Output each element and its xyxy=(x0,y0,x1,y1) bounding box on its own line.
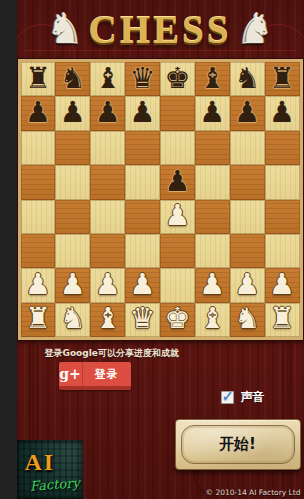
square-g2[interactable]: ♟ xyxy=(230,268,265,302)
square-b4[interactable] xyxy=(55,200,90,234)
checkmark-icon: ✓ xyxy=(222,387,235,405)
square-f5[interactable] xyxy=(195,165,230,199)
square-e1[interactable]: ♚ xyxy=(160,303,195,337)
square-g3[interactable] xyxy=(230,234,265,268)
black-king: ♚ xyxy=(164,64,190,93)
white-bishop: ♝ xyxy=(199,304,225,333)
google-plus-icon: g+ xyxy=(59,362,83,386)
sound-checkbox[interactable]: ✓ xyxy=(221,391,234,404)
white-pawn: ♟ xyxy=(269,270,295,299)
white-king: ♚ xyxy=(164,304,190,333)
square-f1[interactable]: ♝ xyxy=(195,303,230,337)
square-g6[interactable] xyxy=(230,131,265,165)
square-a1[interactable]: ♜ xyxy=(21,303,56,337)
square-h1[interactable]: ♜ xyxy=(265,303,300,337)
square-d7[interactable]: ♟ xyxy=(125,96,160,130)
white-bishop: ♝ xyxy=(95,304,121,333)
white-pawn: ♟ xyxy=(60,270,86,299)
white-pawn: ♟ xyxy=(130,270,156,299)
square-h4[interactable] xyxy=(265,200,300,234)
app-screen: ♞ CHESS ♞ ♜♞♝♛♚♝♞♜♟♟♟♟♟♟♟♟♟♟♟♟♟♟♟♟♜♞♝♛♚♝… xyxy=(17,0,304,499)
app-title: CHESS xyxy=(89,7,232,52)
square-g7[interactable]: ♟ xyxy=(230,96,265,130)
white-pawn: ♟ xyxy=(25,270,51,299)
square-c4[interactable] xyxy=(90,200,125,234)
square-c7[interactable]: ♟ xyxy=(90,96,125,130)
black-pawn: ♟ xyxy=(60,98,86,127)
square-h3[interactable] xyxy=(265,234,300,268)
white-pawn: ♟ xyxy=(199,270,225,299)
board-frame: ♜♞♝♛♚♝♞♜♟♟♟♟♟♟♟♟♟♟♟♟♟♟♟♟♜♞♝♛♚♝♞♜ xyxy=(17,58,304,341)
copyright-text: © 2010-14 AI Factory Ltd xyxy=(206,488,301,497)
square-h2[interactable]: ♟ xyxy=(265,268,300,302)
square-h5[interactable] xyxy=(265,165,300,199)
sound-label: 声音 xyxy=(241,389,265,406)
square-g5[interactable] xyxy=(230,165,265,199)
black-knight: ♞ xyxy=(234,64,260,93)
black-knight: ♞ xyxy=(60,64,86,93)
header: ♞ CHESS ♞ xyxy=(17,0,304,58)
square-b3[interactable] xyxy=(55,234,90,268)
square-e8[interactable]: ♚ xyxy=(160,62,195,96)
black-bishop: ♝ xyxy=(95,64,121,93)
square-f7[interactable]: ♟ xyxy=(195,96,230,130)
square-c3[interactable] xyxy=(90,234,125,268)
square-f4[interactable] xyxy=(195,200,230,234)
ai-factory-logo: AI Factory xyxy=(17,440,83,499)
square-b6[interactable] xyxy=(55,131,90,165)
square-d5[interactable] xyxy=(125,165,160,199)
square-c2[interactable]: ♟ xyxy=(90,268,125,302)
square-g8[interactable]: ♞ xyxy=(230,62,265,96)
square-d3[interactable] xyxy=(125,234,160,268)
white-knight: ♞ xyxy=(234,304,260,333)
white-rook: ♜ xyxy=(25,304,51,333)
board: ♜♞♝♛♚♝♞♜♟♟♟♟♟♟♟♟♟♟♟♟♟♟♟♟♜♞♝♛♚♝♞♜ xyxy=(21,62,300,337)
square-c5[interactable] xyxy=(90,165,125,199)
white-pawn: ♟ xyxy=(234,270,260,299)
black-pawn: ♟ xyxy=(269,98,295,127)
google-signin-label: 登录 xyxy=(83,362,131,386)
signin-prompt: 登录Google可以分享进度和成就 xyxy=(45,347,179,360)
logo-factory-text: Factory xyxy=(29,475,80,493)
square-d1[interactable]: ♛ xyxy=(125,303,160,337)
square-b1[interactable]: ♞ xyxy=(55,303,90,337)
white-rook: ♜ xyxy=(269,304,295,333)
sound-toggle[interactable]: ✓ 声音 xyxy=(221,389,265,406)
square-f8[interactable]: ♝ xyxy=(195,62,230,96)
logo-ai-text: AI xyxy=(25,449,56,476)
square-h7[interactable]: ♟ xyxy=(265,96,300,130)
black-pawn: ♟ xyxy=(95,98,121,127)
square-g1[interactable]: ♞ xyxy=(230,303,265,337)
square-b5[interactable] xyxy=(55,165,90,199)
square-e5[interactable]: ♟ xyxy=(160,165,195,199)
black-rook: ♜ xyxy=(269,64,295,93)
google-signin-button[interactable]: g+ 登录 xyxy=(59,362,131,390)
square-d8[interactable]: ♛ xyxy=(125,62,160,96)
square-h6[interactable] xyxy=(265,131,300,165)
square-b8[interactable]: ♞ xyxy=(55,62,90,96)
black-bishop: ♝ xyxy=(199,64,225,93)
square-a4[interactable] xyxy=(21,200,56,234)
knight-icon-left: ♞ xyxy=(46,8,84,50)
square-d4[interactable] xyxy=(125,200,160,234)
square-f2[interactable]: ♟ xyxy=(195,268,230,302)
black-pawn: ♟ xyxy=(164,167,190,196)
square-b7[interactable]: ♟ xyxy=(55,96,90,130)
square-e7[interactable] xyxy=(160,96,195,130)
square-c1[interactable]: ♝ xyxy=(90,303,125,337)
white-pawn: ♟ xyxy=(164,201,190,230)
square-a3[interactable] xyxy=(21,234,56,268)
black-pawn: ♟ xyxy=(25,98,51,127)
square-a6[interactable] xyxy=(21,131,56,165)
black-pawn: ♟ xyxy=(130,98,156,127)
square-d6[interactable] xyxy=(125,131,160,165)
square-d2[interactable]: ♟ xyxy=(125,268,160,302)
square-c8[interactable]: ♝ xyxy=(90,62,125,96)
square-e6[interactable] xyxy=(160,131,195,165)
knight-icon-right: ♞ xyxy=(236,8,274,50)
square-c6[interactable] xyxy=(90,131,125,165)
black-pawn: ♟ xyxy=(199,98,225,127)
start-button-label: 开始! xyxy=(219,435,256,454)
square-f6[interactable] xyxy=(195,131,230,165)
white-queen: ♛ xyxy=(130,304,156,333)
square-a8[interactable]: ♜ xyxy=(21,62,56,96)
black-queen: ♛ xyxy=(130,64,156,93)
black-pawn: ♟ xyxy=(234,98,260,127)
white-knight: ♞ xyxy=(60,304,86,333)
square-a2[interactable]: ♟ xyxy=(21,268,56,302)
square-e3[interactable] xyxy=(160,234,195,268)
start-button[interactable]: 开始! xyxy=(175,419,301,470)
square-e4[interactable]: ♟ xyxy=(160,200,195,234)
square-f3[interactable] xyxy=(195,234,230,268)
square-e2[interactable] xyxy=(160,268,195,302)
square-b2[interactable]: ♟ xyxy=(55,268,90,302)
black-rook: ♜ xyxy=(25,64,51,93)
white-pawn: ♟ xyxy=(95,270,121,299)
square-h8[interactable]: ♜ xyxy=(265,62,300,96)
square-a5[interactable] xyxy=(21,165,56,199)
square-g4[interactable] xyxy=(230,200,265,234)
square-a7[interactable]: ♟ xyxy=(21,96,56,130)
